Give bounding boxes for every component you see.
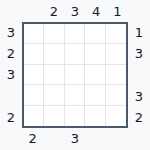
board (22, 22, 128, 128)
cell-r2-c2[interactable] (44, 44, 64, 64)
cell-r4-c2[interactable] (44, 85, 64, 105)
clue-bottom-1: 2 (22, 128, 43, 150)
cell-r5-c2[interactable] (44, 106, 64, 126)
cell-r2-c4[interactable] (85, 44, 105, 64)
cell-r3-c2[interactable] (44, 65, 64, 85)
puzzle-layout: 23412332321332 (0, 0, 150, 150)
cell-r3-c1[interactable] (24, 65, 44, 85)
cell-r2-c3[interactable] (65, 44, 85, 64)
cell-r4-c4[interactable] (85, 85, 105, 105)
cell-r1-c1[interactable] (24, 24, 44, 44)
cell-r5-c5[interactable] (106, 106, 126, 126)
cell-r5-c3[interactable] (65, 106, 85, 126)
cell-r4-c3[interactable] (65, 85, 85, 105)
skyscrapers-puzzle: 23412332321332 (0, 0, 150, 150)
cell-r1-c3[interactable] (65, 24, 85, 44)
clue-top-5: 1 (107, 0, 128, 22)
cell-r3-c4[interactable] (85, 65, 105, 85)
clue-top-2: 2 (43, 0, 64, 22)
cell-r1-c5[interactable] (106, 24, 126, 44)
clue-top-3: 3 (64, 0, 85, 22)
cell-r4-c1[interactable] (24, 85, 44, 105)
clue-left-5: 2 (0, 107, 22, 128)
clue-top-4: 4 (86, 0, 107, 22)
cell-r1-c4[interactable] (85, 24, 105, 44)
clue-bottom-3: 3 (64, 128, 85, 150)
clue-left-1: 3 (0, 22, 22, 43)
cell-r2-c1[interactable] (24, 44, 44, 64)
clue-left-3: 3 (0, 64, 22, 85)
cell-r5-c4[interactable] (85, 106, 105, 126)
cell-r3-c5[interactable] (106, 65, 126, 85)
cell-r5-c1[interactable] (24, 106, 44, 126)
clue-right-5: 2 (128, 107, 150, 128)
clue-right-1: 1 (128, 22, 150, 43)
cell-r4-c5[interactable] (106, 85, 126, 105)
cell-r3-c3[interactable] (65, 65, 85, 85)
clue-right-2: 3 (128, 43, 150, 64)
clue-right-4: 3 (128, 86, 150, 107)
cell-r2-c5[interactable] (106, 44, 126, 64)
clue-left-2: 2 (0, 43, 22, 64)
cell-r1-c2[interactable] (44, 24, 64, 44)
